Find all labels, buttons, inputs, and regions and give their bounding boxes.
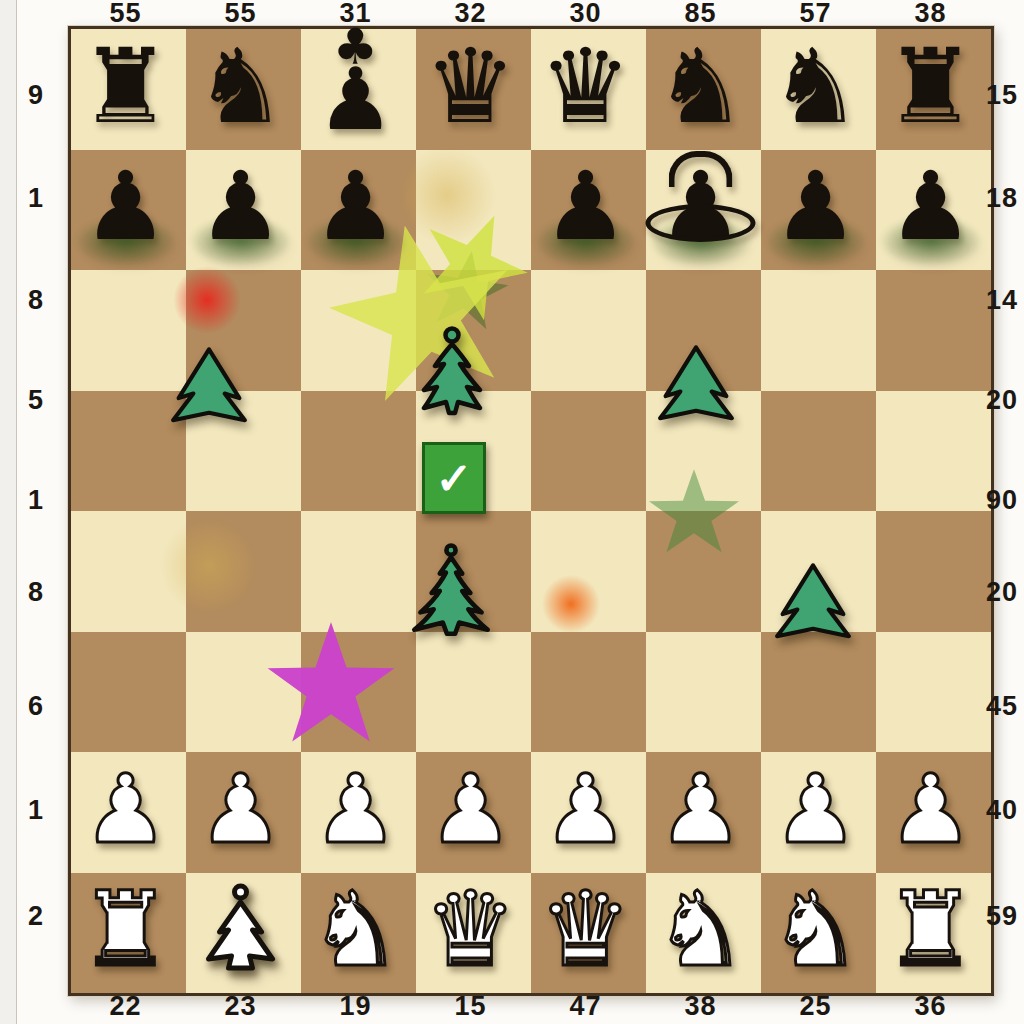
square-e3[interactable] — [531, 632, 646, 753]
square-e4[interactable] — [531, 511, 646, 632]
left-label-2: 1 — [28, 183, 44, 214]
piece-black-pawn-g7[interactable]: ♟ — [758, 147, 873, 267]
square-b3[interactable] — [186, 632, 301, 753]
piece-white-pawn-d2[interactable]: ♟ — [413, 749, 528, 869]
piece-white-queen-e1[interactable]: ♛ — [528, 870, 643, 990]
piece-white-knight-c1[interactable]: ♞ — [298, 870, 413, 990]
square-b4[interactable] — [186, 511, 301, 632]
piece-white-pawn-b2[interactable]: ♟ — [183, 749, 298, 869]
piece-black-rook-a8[interactable]: ♜ — [68, 26, 183, 146]
piece-white-pawn-c2[interactable]: ♟ — [298, 749, 413, 869]
black-knight-glyph: ♞ — [769, 35, 861, 138]
white-rook-glyph: ♜ — [884, 878, 976, 981]
saturn-ring-icon — [646, 204, 756, 242]
square-a4[interactable] — [71, 511, 186, 632]
square-g5[interactable] — [761, 391, 876, 512]
piece-black-rook-h8[interactable]: ♜ — [873, 26, 988, 146]
square-h3[interactable] — [876, 632, 991, 753]
bottom-label-e: 47 — [569, 991, 601, 1022]
piece-black-pawn-b7[interactable]: ♟ — [183, 147, 298, 267]
square-c4[interactable] — [301, 511, 416, 632]
square-c6[interactable] — [301, 270, 416, 391]
top-label-f: 85 — [684, 0, 716, 29]
black-pawn-glyph: ♟ — [773, 159, 858, 254]
green-tree-marker-f5 — [648, 340, 744, 432]
black-pawn-glyph: ♟ — [198, 159, 283, 254]
square-c3[interactable] — [301, 632, 416, 753]
piece-white-pawn-f2[interactable]: ♟ — [643, 749, 758, 869]
bottom-label-b: 23 — [224, 991, 256, 1022]
white-pawn-glyph: ♟ — [428, 762, 513, 857]
right-label-2: 18 — [986, 183, 1018, 214]
green-tree-marker-b5 — [161, 342, 257, 434]
piece-black-pawn-e7[interactable]: ♟ — [528, 147, 643, 267]
bottom-label-f: 38 — [684, 991, 716, 1022]
piece-black-queen-e8[interactable]: ♛ — [528, 26, 643, 146]
black-queen-glyph: ♛ — [539, 35, 631, 138]
white-knight-glyph: ♞ — [769, 878, 861, 981]
top-label-b: 55 — [224, 0, 256, 29]
piece-black-bishop-c8[interactable]: ♣♟ — [298, 26, 413, 146]
white-pawn-glyph: ♟ — [773, 762, 858, 857]
left-label-8: 1 — [28, 795, 44, 826]
piece-black-knight-b8[interactable]: ♞ — [183, 26, 298, 146]
right-label-9: 59 — [986, 901, 1018, 932]
black-knight-glyph: ♞ — [194, 35, 286, 138]
square-h4[interactable] — [876, 511, 991, 632]
crown-finial-icon: ♣ — [333, 22, 378, 72]
white-queen-glyph: ♛ — [539, 878, 631, 981]
white-pawn-glyph: ♟ — [198, 762, 283, 857]
square-h6[interactable] — [876, 270, 991, 391]
piece-white-pawn-h2[interactable]: ♟ — [873, 749, 988, 869]
piece-black-pawn-h7[interactable]: ♟ — [873, 147, 988, 267]
top-label-d: 32 — [454, 0, 486, 29]
piece-white-bishop-b1[interactable] — [183, 870, 298, 990]
piece-white-rook-a1[interactable]: ♜ — [68, 870, 183, 990]
top-label-h: 38 — [914, 0, 946, 29]
left-label-6: 8 — [28, 577, 44, 608]
white-pawn-glyph: ♟ — [313, 762, 398, 857]
left-label-5: 1 — [28, 485, 44, 516]
black-pawn-glyph: ♟ — [83, 159, 168, 254]
square-c5[interactable] — [301, 391, 416, 512]
square-g6[interactable] — [761, 270, 876, 391]
bottom-label-h: 36 — [914, 991, 946, 1022]
black-pawn-glyph: ♟ — [543, 159, 628, 254]
green-tree-ornament-marker-d5 — [402, 318, 502, 430]
left-label-3: 8 — [28, 285, 44, 316]
white-knight-glyph: ♞ — [654, 878, 746, 981]
left-label-7: 6 — [28, 691, 44, 722]
right-label-8: 40 — [986, 795, 1018, 826]
black-pawn-glyph: ♟ — [313, 159, 398, 254]
piece-white-knight-g1[interactable]: ♞ — [758, 870, 873, 990]
left-label-1: 9 — [28, 80, 44, 111]
left-label-4: 5 — [28, 385, 44, 416]
white-knight-glyph: ♞ — [309, 878, 401, 981]
black-rook-glyph: ♜ — [79, 35, 171, 138]
square-d7[interactable] — [416, 150, 531, 271]
piece-white-pawn-e2[interactable]: ♟ — [528, 749, 643, 869]
white-pawn-glyph: ♟ — [83, 762, 168, 857]
right-label-3: 14 — [986, 285, 1018, 316]
bottom-label-d: 15 — [454, 991, 486, 1022]
piece-white-queen-d1[interactable]: ♛ — [413, 870, 528, 990]
top-label-a: 55 — [109, 0, 141, 29]
right-label-6: 20 — [986, 577, 1018, 608]
green-tree-marker-g3 — [765, 558, 861, 650]
black-rook-glyph: ♜ — [884, 35, 976, 138]
piece-white-pawn-g2[interactable]: ♟ — [758, 749, 873, 869]
square-h5[interactable] — [876, 391, 991, 512]
white-pawn-glyph: ♟ — [888, 762, 973, 857]
white-pawn-glyph: ♟ — [543, 762, 628, 857]
square-a3[interactable] — [71, 632, 186, 753]
piece-black-pawn-f7[interactable]: ♟ — [643, 147, 758, 267]
right-label-7: 45 — [986, 691, 1018, 722]
right-label-4: 20 — [986, 385, 1018, 416]
piece-black-knight-f8[interactable]: ♞ — [643, 26, 758, 146]
left-label-9: 2 — [28, 901, 44, 932]
piece-black-pawn-c7[interactable]: ♟ — [298, 147, 413, 267]
right-label-5: 90 — [986, 485, 1018, 516]
black-queen-glyph: ♛ — [424, 35, 516, 138]
square-e5[interactable] — [531, 391, 646, 512]
black-knight-glyph: ♞ — [654, 35, 746, 138]
piece-white-rook-h1[interactable]: ♜ — [873, 870, 988, 990]
square-e6[interactable] — [531, 270, 646, 391]
right-label-1: 15 — [986, 80, 1018, 111]
green-tree-fancy-marker-d3 — [400, 534, 502, 652]
bottom-label-a: 22 — [109, 991, 141, 1022]
top-label-e: 30 — [569, 0, 601, 29]
bottom-label-c: 19 — [339, 991, 371, 1022]
bottom-label-g: 25 — [799, 991, 831, 1022]
square-f4[interactable] — [646, 511, 761, 632]
top-label-g: 57 — [799, 0, 831, 29]
black-pawn-glyph: ♟ — [888, 159, 973, 254]
white-rook-glyph: ♜ — [79, 878, 171, 981]
piece-black-queen-d8[interactable]: ♛ — [413, 26, 528, 146]
white-pawn-glyph: ♟ — [658, 762, 743, 857]
piece-white-pawn-a2[interactable]: ♟ — [68, 749, 183, 869]
piece-black-pawn-a7[interactable]: ♟ — [68, 147, 183, 267]
left-gutter — [0, 0, 17, 1024]
white-queen-glyph: ♛ — [424, 878, 516, 981]
square-f3[interactable] — [646, 632, 761, 753]
piece-black-knight-g8[interactable]: ♞ — [758, 26, 873, 146]
piece-white-knight-f1[interactable]: ♞ — [643, 870, 758, 990]
